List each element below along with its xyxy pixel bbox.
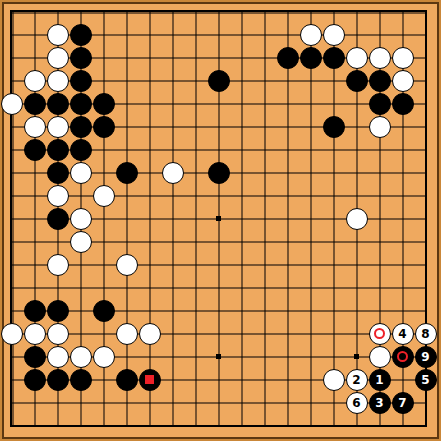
white-stone <box>300 24 322 46</box>
black-stone <box>70 47 92 69</box>
white-stone <box>24 116 46 138</box>
move-5-stone: 5 <box>415 369 437 391</box>
white-stone <box>47 254 69 276</box>
white-stone <box>24 70 46 92</box>
white-stone <box>369 346 391 368</box>
move-6-stone: 6 <box>346 392 368 414</box>
black-stone <box>93 300 115 322</box>
black-stone <box>369 70 391 92</box>
black-stone <box>47 369 69 391</box>
black-stone <box>24 139 46 161</box>
white-stone <box>116 323 138 345</box>
white-stone <box>47 116 69 138</box>
black-stone <box>300 47 322 69</box>
black-stone <box>47 93 69 115</box>
black-stone <box>116 369 138 391</box>
white-stone <box>70 231 92 253</box>
black-stone <box>70 70 92 92</box>
square-mark <box>145 375 154 384</box>
black-stone <box>208 70 230 92</box>
white-stone <box>116 254 138 276</box>
white-stone <box>93 185 115 207</box>
black-stone <box>24 93 46 115</box>
black-stone <box>70 369 92 391</box>
white-stone <box>162 162 184 184</box>
white-stone <box>392 47 414 69</box>
black-stone <box>323 116 345 138</box>
black-stone <box>70 139 92 161</box>
black-stone <box>24 369 46 391</box>
move-1-stone: 1 <box>369 369 391 391</box>
white-stone <box>369 47 391 69</box>
move-2-stone: 2 <box>346 369 368 391</box>
black-stone <box>346 70 368 92</box>
white-stone <box>346 47 368 69</box>
move-8-stone: 8 <box>415 323 437 345</box>
black-stone <box>392 93 414 115</box>
black-stone <box>323 47 345 69</box>
white-stone <box>70 346 92 368</box>
black-stone <box>369 93 391 115</box>
black-stone <box>24 346 46 368</box>
white-stone <box>323 24 345 46</box>
black-stone <box>47 162 69 184</box>
white-stone <box>93 346 115 368</box>
white-stone <box>47 24 69 46</box>
white-stone <box>1 323 23 345</box>
black-stone <box>93 116 115 138</box>
white-stone <box>47 70 69 92</box>
white-stone <box>1 93 23 115</box>
black-stone <box>139 369 161 391</box>
white-stone <box>47 47 69 69</box>
white-stone <box>70 162 92 184</box>
stones-grid: 489215637 <box>0 0 437 437</box>
black-stone <box>277 47 299 69</box>
circle-mark <box>374 328 385 339</box>
move-7-stone: 7 <box>392 392 414 414</box>
black-stone <box>70 116 92 138</box>
move-9-stone: 9 <box>415 346 437 368</box>
white-stone <box>369 116 391 138</box>
black-stone <box>24 300 46 322</box>
move-3-stone: 3 <box>369 392 391 414</box>
white-stone <box>392 70 414 92</box>
white-stone <box>24 323 46 345</box>
white-stone <box>47 346 69 368</box>
white-stone <box>47 185 69 207</box>
black-stone <box>70 24 92 46</box>
white-stone <box>47 323 69 345</box>
circle-mark <box>397 351 408 362</box>
black-stone <box>392 346 414 368</box>
white-stone <box>323 369 345 391</box>
white-stone <box>70 208 92 230</box>
black-stone <box>208 162 230 184</box>
black-stone <box>70 93 92 115</box>
black-stone <box>116 162 138 184</box>
white-stone <box>139 323 161 345</box>
white-stone <box>369 323 391 345</box>
black-stone <box>93 93 115 115</box>
black-stone <box>47 300 69 322</box>
black-stone <box>47 208 69 230</box>
white-stone <box>346 208 368 230</box>
move-4-stone: 4 <box>392 323 414 345</box>
black-stone <box>47 139 69 161</box>
go-board: 489215637 <box>0 0 441 441</box>
